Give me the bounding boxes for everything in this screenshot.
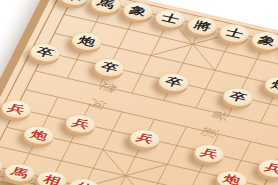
piece-glyph: 炮 — [77, 35, 98, 48]
piece-glyph: 卒 — [163, 76, 184, 89]
piece-glyph: 兵 — [263, 162, 278, 175]
piece-glyph: 仕 — [74, 181, 95, 185]
river-text-left: 楚 河 — [84, 81, 121, 114]
river-text-right: 漢 界 — [197, 106, 234, 139]
piece-glyph: 士 — [160, 12, 181, 25]
piece-glyph: 炮 — [269, 79, 278, 92]
piece-glyph: 炮 — [222, 173, 243, 185]
piece-glyph: 馬 — [9, 166, 30, 179]
piece-glyph: 卒 — [99, 61, 120, 74]
piece-glyph: 將 — [192, 19, 213, 32]
photo-scene: 楚 河 漢 界 車馬象士將士象馬車炮炮卒卒卒卒卒兵兵兵兵兵炮炮車馬相仕帥仕相馬車 — [0, 0, 278, 185]
piece-glyph: 車 — [63, 0, 84, 3]
piece-glyph: 象 — [256, 34, 277, 47]
piece-glyph: 馬 — [96, 0, 117, 10]
piece-glyph: 兵 — [70, 117, 91, 130]
piece-glyph: 卒 — [228, 91, 249, 104]
piece-glyph: 士 — [224, 27, 245, 40]
piece-glyph: 炮 — [29, 129, 50, 142]
piece-glyph: 兵 — [6, 102, 27, 115]
xiangqi-board[interactable]: 楚 河 漢 界 車馬象士將士象馬車炮炮卒卒卒卒卒兵兵兵兵兵炮炮車馬相仕帥仕相馬車 — [0, 0, 278, 185]
piece-glyph: 象 — [128, 4, 149, 17]
piece-glyph: 兵 — [199, 147, 220, 160]
piece-glyph: 相 — [42, 174, 63, 185]
piece-glyph: 卒 — [35, 46, 56, 59]
piece-glyph: 兵 — [135, 132, 156, 145]
